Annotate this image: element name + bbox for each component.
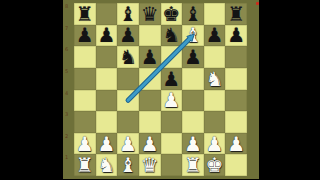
- square-b2[interactable]: ♟: [96, 133, 118, 155]
- black-pawn-piece: ♟: [184, 47, 202, 67]
- black-pawn-piece: ♟: [227, 25, 245, 45]
- white-bishop-piece: ♝: [119, 155, 137, 175]
- square-b5[interactable]: [96, 68, 118, 90]
- black-queen-piece: ♛: [141, 4, 159, 24]
- rank-label-3: 3: [65, 112, 73, 117]
- square-d1[interactable]: ♛: [139, 154, 161, 176]
- square-f4[interactable]: [182, 90, 204, 112]
- chess-board[interactable]: ♜♝♛♚♝♜♟♟♟♞♝♟♟♞♟♟♟♞♟♟♟♟♟♟♟♟♜♞♝♛♜♚: [74, 3, 247, 176]
- black-bishop-piece: ♝: [184, 4, 202, 24]
- chess-board-frame: ♜♝♛♚♝♜♟♟♟♞♝♟♟♞♟♟♟♞♟♟♟♟♟♟♟♟♜♞♝♛♜♚ 8765432…: [63, 0, 259, 179]
- square-g6[interactable]: [204, 46, 226, 68]
- black-pawn-piece: ♟: [141, 47, 159, 67]
- square-c3[interactable]: [117, 111, 139, 133]
- black-bishop-piece: ♝: [119, 4, 137, 24]
- black-pawn-piece: ♟: [119, 25, 137, 45]
- square-f5[interactable]: [182, 68, 204, 90]
- black-king-piece: ♚: [162, 4, 180, 24]
- rank-label-2: 2: [65, 134, 73, 139]
- rank-label-4: 4: [65, 91, 73, 96]
- square-h7[interactable]: ♟: [225, 25, 247, 47]
- square-d5[interactable]: [139, 68, 161, 90]
- black-pawn-piece: ♟: [162, 69, 180, 89]
- square-d6[interactable]: ♟: [139, 46, 161, 68]
- square-e7[interactable]: ♞: [161, 25, 183, 47]
- square-a5[interactable]: [74, 68, 96, 90]
- white-pawn-piece: ♟: [206, 134, 224, 154]
- white-pawn-piece: ♟: [76, 134, 94, 154]
- square-a7[interactable]: ♟: [74, 25, 96, 47]
- square-c4[interactable]: [117, 90, 139, 112]
- corner-indicator-dot: [256, 2, 259, 5]
- square-a1[interactable]: ♜: [74, 154, 96, 176]
- white-knight-piece: ♞: [97, 155, 115, 175]
- square-f3[interactable]: [182, 111, 204, 133]
- square-c5[interactable]: [117, 68, 139, 90]
- square-f1[interactable]: ♜: [182, 154, 204, 176]
- square-e8[interactable]: ♚: [161, 3, 183, 25]
- chess-app-window: { "game": "chess", "window": { "backgrou…: [0, 0, 320, 180]
- square-e5[interactable]: ♟: [161, 68, 183, 90]
- square-b8[interactable]: [96, 3, 118, 25]
- square-h1[interactable]: [225, 154, 247, 176]
- rank-label-1: 1: [65, 155, 73, 160]
- square-g4[interactable]: [204, 90, 226, 112]
- rank-label-6: 6: [65, 47, 73, 52]
- square-f6[interactable]: ♟: [182, 46, 204, 68]
- square-e1[interactable]: [161, 154, 183, 176]
- square-e3[interactable]: [161, 111, 183, 133]
- white-rook-piece: ♜: [76, 155, 94, 175]
- square-b7[interactable]: ♟: [96, 25, 118, 47]
- white-knight-piece: ♞: [206, 69, 224, 89]
- black-rook-piece: ♜: [227, 4, 245, 24]
- white-pawn-piece: ♟: [119, 134, 137, 154]
- square-a4[interactable]: [74, 90, 96, 112]
- white-rook-piece: ♜: [184, 155, 202, 175]
- square-d2[interactable]: ♟: [139, 133, 161, 155]
- square-d4[interactable]: [139, 90, 161, 112]
- square-f2[interactable]: ♟: [182, 133, 204, 155]
- black-pawn-piece: ♟: [97, 25, 115, 45]
- square-h6[interactable]: [225, 46, 247, 68]
- square-g1[interactable]: ♚: [204, 154, 226, 176]
- square-b6[interactable]: [96, 46, 118, 68]
- rank-label-7: 7: [65, 26, 73, 31]
- square-f7[interactable]: ♝: [182, 25, 204, 47]
- square-h3[interactable]: [225, 111, 247, 133]
- square-h4[interactable]: [225, 90, 247, 112]
- square-b4[interactable]: [96, 90, 118, 112]
- square-g2[interactable]: ♟: [204, 133, 226, 155]
- rank-label-5: 5: [65, 69, 73, 74]
- black-pawn-piece: ♟: [206, 25, 224, 45]
- square-e4[interactable]: ♟: [161, 90, 183, 112]
- white-bishop-piece: ♝: [184, 25, 202, 45]
- white-queen-piece: ♛: [141, 155, 159, 175]
- white-pawn-piece: ♟: [184, 134, 202, 154]
- square-g5[interactable]: ♞: [204, 68, 226, 90]
- square-c2[interactable]: ♟: [117, 133, 139, 155]
- square-f8[interactable]: ♝: [182, 3, 204, 25]
- black-rook-piece: ♜: [76, 4, 94, 24]
- rank-label-8: 8: [65, 4, 73, 9]
- black-knight-piece: ♞: [119, 47, 137, 67]
- square-c6[interactable]: ♞: [117, 46, 139, 68]
- white-pawn-piece: ♟: [227, 134, 245, 154]
- square-c1[interactable]: ♝: [117, 154, 139, 176]
- square-h2[interactable]: ♟: [225, 133, 247, 155]
- square-c8[interactable]: ♝: [117, 3, 139, 25]
- white-pawn-piece: ♟: [97, 134, 115, 154]
- square-g7[interactable]: ♟: [204, 25, 226, 47]
- square-g3[interactable]: [204, 111, 226, 133]
- black-pawn-piece: ♟: [76, 25, 94, 45]
- white-king-piece: ♚: [206, 155, 224, 175]
- square-e2[interactable]: [161, 133, 183, 155]
- square-h5[interactable]: [225, 68, 247, 90]
- square-h8[interactable]: ♜: [225, 3, 247, 25]
- square-g8[interactable]: [204, 3, 226, 25]
- white-pawn-piece: ♟: [162, 90, 180, 110]
- square-a8[interactable]: ♜: [74, 3, 96, 25]
- black-knight-piece: ♞: [162, 25, 180, 45]
- square-e6[interactable]: [161, 46, 183, 68]
- square-a2[interactable]: ♟: [74, 133, 96, 155]
- square-d8[interactable]: ♛: [139, 3, 161, 25]
- square-d7[interactable]: [139, 25, 161, 47]
- square-a3[interactable]: [74, 111, 96, 133]
- white-pawn-piece: ♟: [141, 134, 159, 154]
- square-b1[interactable]: ♞: [96, 154, 118, 176]
- square-d3[interactable]: [139, 111, 161, 133]
- square-b3[interactable]: [96, 111, 118, 133]
- square-a6[interactable]: [74, 46, 96, 68]
- square-c7[interactable]: ♟: [117, 25, 139, 47]
